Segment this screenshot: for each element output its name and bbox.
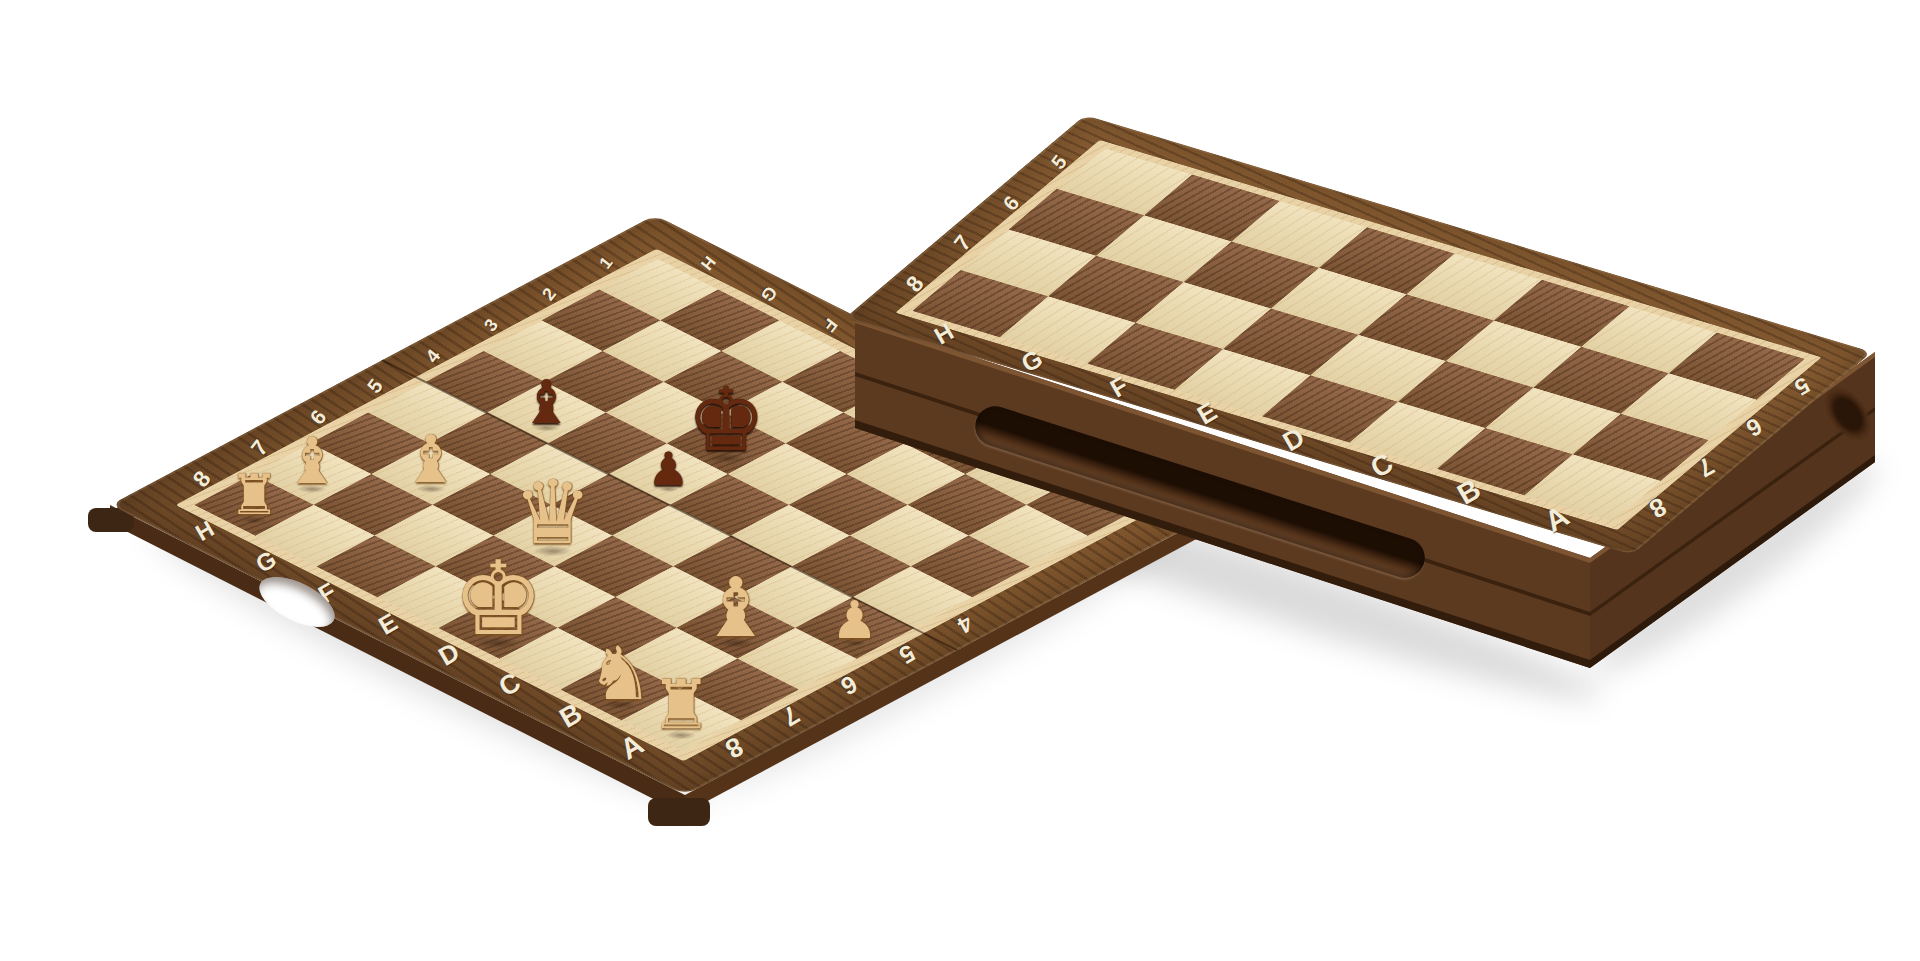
- product-photo-stage: 12345678HGFEDCBAHGF87654 ♜♝♝♛♚♞♜♝♟♝♟♚ 56…: [0, 0, 1920, 961]
